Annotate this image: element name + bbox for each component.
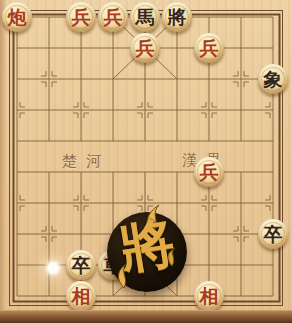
piece-glyph: 車 [104, 256, 123, 275]
piece-glyph: 兵 [200, 39, 219, 58]
xiangqi-board: 楚河 漢界 炮兵兵馬將兵兵象兵卒卒車相相 將 [0, 0, 292, 323]
piece-glyph: 卒 [264, 225, 283, 244]
piece-black-pawn[interactable]: 卒 [258, 219, 288, 249]
piece-red-pawn[interactable]: 兵 [66, 2, 96, 32]
piece-red-pawn[interactable]: 兵 [130, 33, 160, 63]
piece-glyph: 兵 [72, 8, 91, 27]
piece-glyph: 兵 [200, 163, 219, 182]
piece-black-pawn[interactable]: 卒 [66, 250, 96, 280]
piece-black-chariot[interactable]: 車 [98, 250, 128, 280]
piece-black-general[interactable]: 將 [162, 2, 192, 32]
piece-glyph: 炮 [8, 8, 27, 27]
piece-black-horse[interactable]: 馬 [130, 2, 160, 32]
piece-red-elephant[interactable]: 相 [66, 281, 96, 311]
piece-red-pawn[interactable]: 兵 [98, 2, 128, 32]
move-indicator-dot[interactable] [48, 263, 58, 273]
board-bottom-edge [0, 310, 292, 323]
piece-black-elephant[interactable]: 象 [258, 64, 288, 94]
piece-glyph: 相 [200, 287, 219, 306]
river-label-chu: 楚河 [62, 152, 110, 171]
piece-red-elephant[interactable]: 相 [194, 281, 224, 311]
piece-red-cannon[interactable]: 炮 [2, 2, 32, 32]
piece-glyph: 象 [264, 70, 283, 89]
piece-glyph: 兵 [104, 8, 123, 27]
piece-red-pawn[interactable]: 兵 [194, 157, 224, 187]
piece-glyph: 卒 [72, 256, 91, 275]
piece-red-pawn[interactable]: 兵 [194, 33, 224, 63]
piece-glyph: 將 [168, 8, 187, 27]
piece-glyph: 馬 [136, 8, 155, 27]
piece-glyph: 相 [72, 287, 91, 306]
piece-glyph: 兵 [136, 39, 155, 58]
